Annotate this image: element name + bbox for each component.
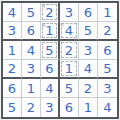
- digit-r6c3: 3: [45, 101, 53, 114]
- cell-r3c1[interactable]: 1: [3, 41, 22, 60]
- cell-r4c4[interactable]: 1: [60, 60, 79, 79]
- sudoku-board: 453236136417452145236236145614523523614: [1, 1, 119, 119]
- cell-r3c4[interactable]: 2: [60, 41, 79, 60]
- cage-sum-mark: 4: [42, 22, 45, 28]
- digit-r3c1: 1: [8, 44, 16, 57]
- cell-r2c1[interactable]: 3: [3, 22, 22, 41]
- digit-r5c3: 4: [45, 82, 53, 95]
- digit-r3c5: 3: [84, 44, 92, 57]
- digit-r4c4: 1: [65, 62, 73, 75]
- digit-r5c1: 6: [8, 82, 16, 95]
- digit-r6c5: 1: [84, 101, 92, 114]
- cell-r3c6[interactable]: 6: [98, 41, 117, 60]
- cell-r1c1[interactable]: 4: [3, 3, 22, 22]
- digit-r1c6: 1: [103, 6, 111, 19]
- cell-r3c5[interactable]: 3: [79, 41, 98, 60]
- digit-r1c4: 3: [65, 6, 73, 19]
- cell-r2c5[interactable]: 5: [79, 22, 98, 41]
- cell-r5c3[interactable]: 4: [41, 79, 60, 98]
- digit-r1c1: 4: [8, 6, 16, 19]
- cell-r3c3[interactable]: 5: [41, 41, 60, 60]
- cell-r1c4[interactable]: 3: [60, 3, 79, 22]
- digit-r3c3: 5: [45, 44, 53, 57]
- digit-r2c5: 5: [84, 24, 92, 37]
- digit-r1c5: 6: [84, 6, 92, 19]
- cell-r1c2[interactable]: 5: [22, 3, 41, 22]
- cell-r3c2[interactable]: 4: [22, 41, 41, 60]
- digit-r6c1: 5: [8, 101, 16, 114]
- digit-r3c2: 4: [27, 44, 35, 57]
- cell-r5c5[interactable]: 2: [79, 79, 98, 98]
- digit-r2c3: 1: [45, 24, 53, 37]
- cage-sum-mark: 7: [61, 22, 64, 28]
- cell-r4c5[interactable]: 4: [79, 60, 98, 79]
- digit-r4c5: 4: [84, 62, 92, 75]
- cell-r4c1[interactable]: 2: [3, 60, 22, 79]
- cell-r6c6[interactable]: 4: [98, 98, 117, 117]
- digit-r4c6: 5: [103, 62, 111, 75]
- cell-r4c6[interactable]: 5: [98, 60, 117, 79]
- digit-r5c4: 5: [65, 82, 73, 95]
- digit-r1c2: 5: [27, 6, 35, 19]
- cell-r4c2[interactable]: 3: [22, 60, 41, 79]
- digit-r5c5: 2: [84, 82, 92, 95]
- cell-r1c6[interactable]: 1: [98, 3, 117, 22]
- cell-r5c6[interactable]: 3: [98, 79, 117, 98]
- cell-r2c3[interactable]: 41: [41, 22, 60, 41]
- cell-r6c2[interactable]: 2: [22, 98, 41, 117]
- cell-r1c3[interactable]: 32: [41, 3, 60, 22]
- cell-r5c4[interactable]: 5: [60, 79, 79, 98]
- cell-r5c2[interactable]: 1: [22, 79, 41, 98]
- cell-r6c3[interactable]: 3: [41, 98, 60, 117]
- digit-r1c3: 2: [45, 6, 53, 19]
- digit-r2c2: 6: [27, 24, 35, 37]
- cell-r2c6[interactable]: 2: [98, 22, 117, 41]
- digit-r4c1: 2: [8, 62, 16, 75]
- digit-r3c6: 6: [103, 44, 111, 57]
- digit-r5c6: 3: [103, 82, 111, 95]
- digit-r5c2: 1: [27, 82, 35, 95]
- digit-r6c4: 6: [65, 101, 73, 114]
- cell-r5c1[interactable]: 6: [3, 79, 22, 98]
- digit-r4c2: 3: [27, 62, 35, 75]
- cell-r6c1[interactable]: 5: [3, 98, 22, 117]
- digit-r4c3: 6: [45, 62, 53, 75]
- digit-r3c4: 2: [65, 44, 73, 57]
- cell-r6c4[interactable]: 6: [60, 98, 79, 117]
- digit-r6c6: 4: [103, 101, 111, 114]
- cage-sum-mark: 3: [42, 3, 45, 9]
- digit-r2c6: 2: [103, 24, 111, 37]
- cell-r6c5[interactable]: 1: [79, 98, 98, 117]
- cell-r2c2[interactable]: 6: [22, 22, 41, 41]
- cell-r1c5[interactable]: 6: [79, 3, 98, 22]
- cell-r4c3[interactable]: 6: [41, 60, 60, 79]
- digit-r6c2: 2: [27, 101, 35, 114]
- sudoku-page: 453236136417452145236236145614523523614: [0, 0, 120, 120]
- cell-r2c4[interactable]: 74: [60, 22, 79, 41]
- digit-r2c1: 3: [8, 24, 16, 37]
- digit-r2c4: 4: [65, 24, 73, 37]
